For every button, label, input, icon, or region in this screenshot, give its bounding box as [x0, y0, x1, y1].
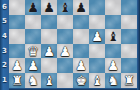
square-g6[interactable] [105, 0, 121, 15]
square-e6[interactable]: ♟ [73, 0, 89, 15]
white-queen-b3[interactable]: ♛ [25, 44, 41, 59]
square-h2[interactable] [121, 58, 137, 73]
square-d2[interactable] [57, 58, 73, 73]
rank-label-3: 3 [0, 44, 9, 59]
square-e4[interactable] [73, 29, 89, 44]
square-f1[interactable]: ♝ [89, 73, 105, 88]
white-rook-h1[interactable]: ♜ [121, 73, 137, 88]
board-bottom-border [9, 88, 140, 90]
rank-label-4: 4 [0, 29, 9, 44]
square-d4[interactable] [57, 29, 73, 44]
white-pawn-g2[interactable]: ♟ [105, 58, 121, 73]
square-a6[interactable] [9, 0, 25, 15]
square-f6[interactable] [89, 0, 105, 15]
square-a4[interactable] [9, 29, 25, 44]
white-king-e1[interactable]: ♚ [73, 73, 89, 88]
white-pawn-a2[interactable]: ♟ [9, 58, 25, 73]
board-wrapper: ♟♟♝♟♟♝♛♟♟♟♟♟♟♜♞♝♚♝♞♜ [9, 0, 140, 90]
rank-label-6: 6 [0, 0, 9, 15]
square-g2[interactable]: ♟ [105, 58, 121, 73]
white-pawn-f4[interactable]: ♟ [89, 29, 105, 44]
square-f3[interactable] [89, 44, 105, 59]
rank-label-strip: 654321 [0, 0, 9, 90]
square-b2[interactable]: ♟ [25, 58, 41, 73]
square-c4[interactable] [41, 29, 57, 44]
square-h6[interactable] [121, 0, 137, 15]
square-g1[interactable]: ♞ [105, 73, 121, 88]
square-c1[interactable]: ♝ [41, 73, 57, 88]
black-pawn-e6[interactable]: ♟ [73, 0, 89, 15]
square-b1[interactable]: ♞ [25, 73, 41, 88]
square-b3[interactable]: ♛ [25, 44, 41, 59]
square-e3[interactable] [73, 44, 89, 59]
black-bishop-d6[interactable]: ♝ [57, 0, 73, 15]
square-f5[interactable] [89, 15, 105, 30]
square-g4[interactable]: ♝ [105, 29, 121, 44]
square-b6[interactable]: ♟ [25, 0, 41, 15]
white-pawn-c3[interactable]: ♟ [41, 44, 57, 59]
white-pawn-e2[interactable]: ♟ [73, 58, 89, 73]
white-rook-a1[interactable]: ♜ [9, 73, 25, 88]
square-d1[interactable] [57, 73, 73, 88]
square-c2[interactable] [41, 58, 57, 73]
square-e1[interactable]: ♚ [73, 73, 89, 88]
white-knight-g1[interactable]: ♞ [105, 73, 121, 88]
white-knight-b1[interactable]: ♞ [25, 73, 41, 88]
square-a1[interactable]: ♜ [9, 73, 25, 88]
square-f4[interactable]: ♟ [89, 29, 105, 44]
black-pawn-c6[interactable]: ♟ [41, 0, 57, 15]
square-d3[interactable]: ♟ [57, 44, 73, 59]
square-e5[interactable] [73, 15, 89, 30]
board-right-border [137, 0, 140, 90]
black-bishop-g4[interactable]: ♝ [105, 29, 121, 44]
black-pawn-b6[interactable]: ♟ [25, 0, 41, 15]
square-b4[interactable] [25, 29, 41, 44]
square-h5[interactable] [121, 15, 137, 30]
square-g5[interactable] [105, 15, 121, 30]
square-h3[interactable] [121, 44, 137, 59]
square-h4[interactable] [121, 29, 137, 44]
square-a3[interactable] [9, 44, 25, 59]
white-pawn-d3[interactable]: ♟ [57, 44, 73, 59]
square-h1[interactable]: ♜ [121, 73, 137, 88]
square-e2[interactable]: ♟ [73, 58, 89, 73]
white-bishop-f1[interactable]: ♝ [89, 73, 105, 88]
white-bishop-c1[interactable]: ♝ [41, 73, 57, 88]
rank-label-1: 1 [0, 73, 9, 88]
chess-board[interactable]: ♟♟♝♟♟♝♛♟♟♟♟♟♟♜♞♝♚♝♞♜ [9, 0, 137, 88]
square-f2[interactable] [89, 58, 105, 73]
square-a2[interactable]: ♟ [9, 58, 25, 73]
white-pawn-b2[interactable]: ♟ [25, 58, 41, 73]
rank-label-2: 2 [0, 58, 9, 73]
rank-label-5: 5 [0, 15, 9, 30]
square-c6[interactable]: ♟ [41, 0, 57, 15]
square-d5[interactable] [57, 15, 73, 30]
square-g3[interactable] [105, 44, 121, 59]
chess-gui-screenshot: 654321 ♟♟♝♟♟♝♛♟♟♟♟♟♟♜♞♝♚♝♞♜ [0, 0, 140, 90]
square-c3[interactable]: ♟ [41, 44, 57, 59]
square-b5[interactable] [25, 15, 41, 30]
square-d6[interactable]: ♝ [57, 0, 73, 15]
square-c5[interactable] [41, 15, 57, 30]
square-a5[interactable] [9, 15, 25, 30]
